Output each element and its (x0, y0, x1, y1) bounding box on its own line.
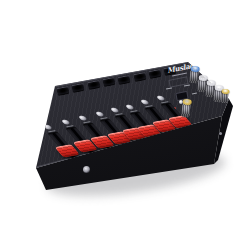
master-label-dash (166, 87, 172, 90)
rear-jack-3 (87, 80, 100, 90)
fader-screw-icon (95, 111, 105, 117)
rear-jack-5 (118, 75, 131, 85)
fader-screw-icon (78, 115, 88, 121)
rear-jack-4 (102, 77, 115, 87)
fader-screw-icon (43, 124, 53, 130)
rear-jack-6 (133, 72, 146, 82)
gold-knob-right (220, 92, 228, 104)
side-screw-icon (219, 132, 222, 135)
rear-jack-7 (148, 69, 161, 79)
rear-jack-2 (72, 83, 85, 93)
rear-jack-1 (56, 86, 69, 96)
master-label-dash (192, 93, 197, 95)
product-photo: Muslady (0, 0, 250, 250)
fader-screw-icon (61, 119, 71, 125)
fader-screw-icon (125, 104, 135, 110)
master-label-dash (184, 84, 190, 87)
fader-screw-icon (110, 107, 120, 113)
fader-screw-icon (140, 99, 150, 105)
front-output-jack (83, 166, 90, 173)
fader-screw-icon (156, 95, 166, 101)
gold-knob-left (181, 102, 191, 118)
